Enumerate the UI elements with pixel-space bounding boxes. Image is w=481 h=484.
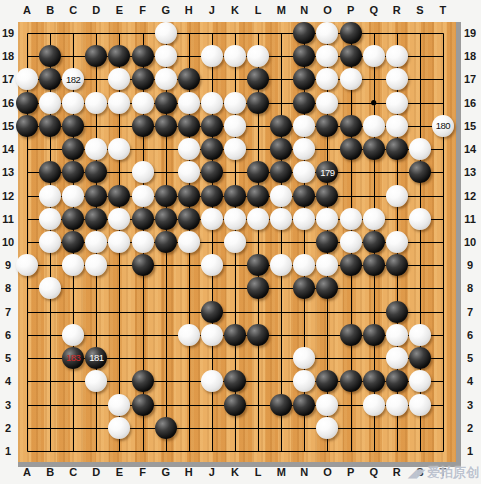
coord-top-J: J bbox=[209, 4, 215, 16]
stone-white-J11 bbox=[201, 208, 223, 230]
coord-right-16: 16 bbox=[464, 97, 476, 109]
stone-white-P17 bbox=[340, 68, 362, 90]
stone-black-G16 bbox=[155, 92, 177, 114]
stone-black-F3 bbox=[132, 394, 154, 416]
stone-white-J6 bbox=[201, 324, 223, 346]
move-number-182: 182 bbox=[66, 75, 80, 85]
coord-top-A: A bbox=[23, 4, 31, 16]
stone-white-C12 bbox=[62, 185, 84, 207]
stone-black-Q6 bbox=[363, 324, 385, 346]
stone-white-E16 bbox=[108, 92, 130, 114]
stone-black-P9 bbox=[340, 254, 362, 276]
stone-black-F4 bbox=[132, 370, 154, 392]
stone-white-H13 bbox=[178, 161, 200, 183]
stone-white-J9 bbox=[201, 254, 223, 276]
coord-top-P: P bbox=[347, 4, 354, 16]
coord-left-17: 17 bbox=[2, 73, 14, 85]
stone-black-Q9 bbox=[363, 254, 385, 276]
coord-left-2: 2 bbox=[5, 422, 11, 434]
coord-top-D: D bbox=[92, 4, 100, 16]
coord-right-19: 19 bbox=[464, 27, 476, 39]
go-game-screenshot: ABCDEFGHJKLMNOPQRST ABCDEFGHJKLMNOPQRST … bbox=[0, 0, 481, 484]
coord-bottom-C: C bbox=[69, 466, 77, 478]
stone-black-J7 bbox=[201, 301, 223, 323]
stone-white-K15 bbox=[224, 115, 246, 137]
stone-white-J16 bbox=[201, 92, 223, 114]
stone-black-G12 bbox=[155, 185, 177, 207]
stone-black-N12 bbox=[293, 185, 315, 207]
stone-white-K10 bbox=[224, 231, 246, 253]
coord-right-4: 4 bbox=[467, 375, 473, 387]
stone-white-M12 bbox=[270, 185, 292, 207]
stone-white-K11 bbox=[224, 208, 246, 230]
coord-right-14: 14 bbox=[464, 143, 476, 155]
coord-left-16: 16 bbox=[2, 97, 14, 109]
stone-white-E3 bbox=[108, 394, 130, 416]
stone-black-J14 bbox=[201, 138, 223, 160]
stone-black-D11 bbox=[85, 208, 107, 230]
coord-right-6: 6 bbox=[467, 329, 473, 341]
coord-left-13: 13 bbox=[2, 166, 14, 178]
coord-top-L: L bbox=[255, 4, 262, 16]
coord-bottom-A: A bbox=[23, 466, 31, 478]
stone-black-D12 bbox=[85, 185, 107, 207]
coord-top-E: E bbox=[116, 4, 123, 16]
coord-right-10: 10 bbox=[464, 236, 476, 248]
stone-black-Q10 bbox=[363, 231, 385, 253]
stone-white-R6 bbox=[386, 324, 408, 346]
move-number-180: 180 bbox=[436, 121, 450, 131]
coord-right-5: 5 bbox=[467, 352, 473, 364]
stone-white-C6 bbox=[62, 324, 84, 346]
coord-left-18: 18 bbox=[2, 50, 14, 62]
stone-white-M11 bbox=[270, 208, 292, 230]
stone-white-Q15 bbox=[363, 115, 385, 137]
stone-white-R10 bbox=[386, 231, 408, 253]
stone-white-B16 bbox=[39, 92, 61, 114]
stone-black-F9 bbox=[132, 254, 154, 276]
coord-left-9: 9 bbox=[5, 259, 11, 271]
stone-black-K6 bbox=[224, 324, 246, 346]
stone-black-S5 bbox=[409, 347, 431, 369]
stone-black-F18 bbox=[132, 45, 154, 67]
coord-bottom-O: O bbox=[323, 466, 332, 478]
stone-black-A15 bbox=[16, 115, 38, 137]
coord-bottom-D: D bbox=[92, 466, 100, 478]
stone-white-R16 bbox=[386, 92, 408, 114]
coord-top-B: B bbox=[46, 4, 54, 16]
coord-bottom-K: K bbox=[231, 466, 239, 478]
coord-right-12: 12 bbox=[464, 190, 476, 202]
coord-top-H: H bbox=[185, 4, 193, 16]
coord-top-O: O bbox=[323, 4, 332, 16]
stone-black-A16 bbox=[16, 92, 38, 114]
stone-black-R4 bbox=[386, 370, 408, 392]
stone-white-R5 bbox=[386, 347, 408, 369]
coord-bottom-H: H bbox=[185, 466, 193, 478]
stone-black-C15 bbox=[62, 115, 84, 137]
coord-right-1: 1 bbox=[467, 445, 473, 457]
stone-white-F16 bbox=[132, 92, 154, 114]
stone-white-O3 bbox=[316, 394, 338, 416]
coord-left-10: 10 bbox=[2, 236, 14, 248]
stone-black-L12 bbox=[247, 185, 269, 207]
stone-black-E12 bbox=[108, 185, 130, 207]
move-number-181: 181 bbox=[89, 353, 103, 363]
stone-white-B12 bbox=[39, 185, 61, 207]
stone-black-H12 bbox=[178, 185, 200, 207]
stone-black-Q14 bbox=[363, 138, 385, 160]
stone-white-H16 bbox=[178, 92, 200, 114]
coord-left-7: 7 bbox=[5, 306, 11, 318]
stone-white-L11 bbox=[247, 208, 269, 230]
stone-white-J18 bbox=[201, 45, 223, 67]
stone-white-B11 bbox=[39, 208, 61, 230]
stone-white-R12 bbox=[386, 185, 408, 207]
stone-white-Q3 bbox=[363, 394, 385, 416]
stone-black-N16 bbox=[293, 92, 315, 114]
stone-black-N3 bbox=[293, 394, 315, 416]
stone-black-R7 bbox=[386, 301, 408, 323]
stone-black-F17 bbox=[132, 68, 154, 90]
coord-top-Q: Q bbox=[369, 4, 378, 16]
stone-white-S6 bbox=[409, 324, 431, 346]
stone-black-L6 bbox=[247, 324, 269, 346]
stone-white-S11 bbox=[409, 208, 431, 230]
stone-white-K14 bbox=[224, 138, 246, 160]
stone-white-P10 bbox=[340, 231, 362, 253]
stone-white-N11 bbox=[293, 208, 315, 230]
stone-black-C11 bbox=[62, 208, 84, 230]
stone-black-G10 bbox=[155, 231, 177, 253]
coord-bottom-G: G bbox=[161, 466, 170, 478]
stone-white-S3 bbox=[409, 394, 431, 416]
stone-white-F12 bbox=[132, 185, 154, 207]
coord-right-11: 11 bbox=[464, 213, 476, 225]
stone-black-K3 bbox=[224, 394, 246, 416]
stone-white-H10 bbox=[178, 231, 200, 253]
stone-black-L16 bbox=[247, 92, 269, 114]
coord-right-13: 13 bbox=[464, 166, 476, 178]
coord-bottom-E: E bbox=[116, 466, 123, 478]
coord-right-9: 9 bbox=[467, 259, 473, 271]
stone-white-R3 bbox=[386, 394, 408, 416]
stone-white-K16 bbox=[224, 92, 246, 114]
coord-left-15: 15 bbox=[2, 120, 14, 132]
coord-bottom-M: M bbox=[277, 466, 286, 478]
coord-left-5: 5 bbox=[5, 352, 11, 364]
coord-bottom-J: J bbox=[209, 466, 215, 478]
stone-black-P14 bbox=[340, 138, 362, 160]
move-number-183: 183 bbox=[66, 353, 80, 363]
coord-bottom-P: P bbox=[347, 466, 354, 478]
stone-white-G18 bbox=[155, 45, 177, 67]
move-number-179: 179 bbox=[320, 168, 334, 178]
coord-bottom-R: R bbox=[393, 466, 401, 478]
coord-top-C: C bbox=[69, 4, 77, 16]
coord-right-7: 7 bbox=[467, 306, 473, 318]
coord-left-8: 8 bbox=[5, 282, 11, 294]
stone-black-P4 bbox=[340, 370, 362, 392]
stone-black-G2 bbox=[155, 417, 177, 439]
coord-top-N: N bbox=[300, 4, 308, 16]
stone-white-R18 bbox=[386, 45, 408, 67]
coord-left-19: 19 bbox=[2, 27, 14, 39]
stone-black-P19 bbox=[340, 22, 362, 44]
watermark-play-logo-icon: ◢◤ bbox=[408, 467, 425, 480]
stone-white-Q11 bbox=[363, 208, 385, 230]
stone-white-D16 bbox=[85, 92, 107, 114]
stone-black-F15 bbox=[132, 115, 154, 137]
go-board[interactable]: 182180179183181 bbox=[18, 22, 461, 467]
watermark-text: 爱拍原创 bbox=[427, 464, 479, 482]
stone-white-S14 bbox=[409, 138, 431, 160]
stone-black-H11 bbox=[178, 208, 200, 230]
stone-black-P18 bbox=[340, 45, 362, 67]
stone-white-T15: 180 bbox=[432, 115, 454, 137]
stone-black-G11 bbox=[155, 208, 177, 230]
stone-white-B10 bbox=[39, 231, 61, 253]
coord-right-3: 3 bbox=[467, 399, 473, 411]
stone-black-P15 bbox=[340, 115, 362, 137]
coord-bottom-F: F bbox=[139, 466, 146, 478]
stone-black-R14 bbox=[386, 138, 408, 160]
stone-black-K12 bbox=[224, 185, 246, 207]
star-point bbox=[371, 100, 376, 105]
stone-black-O12 bbox=[316, 185, 338, 207]
coord-left-3: 3 bbox=[5, 399, 11, 411]
stone-white-G19 bbox=[155, 22, 177, 44]
stone-white-O16 bbox=[316, 92, 338, 114]
stone-black-F11 bbox=[132, 208, 154, 230]
coord-top-F: F bbox=[139, 4, 146, 16]
coord-top-G: G bbox=[161, 4, 170, 16]
stone-white-G17 bbox=[155, 68, 177, 90]
coord-right-17: 17 bbox=[464, 73, 476, 85]
stone-black-G15 bbox=[155, 115, 177, 137]
coord-top-S: S bbox=[416, 4, 423, 16]
stone-black-B15 bbox=[39, 115, 61, 137]
coord-bottom-N: N bbox=[300, 466, 308, 478]
stone-black-P6 bbox=[340, 324, 362, 346]
coord-left-4: 4 bbox=[5, 375, 11, 387]
stone-white-Q18 bbox=[363, 45, 385, 67]
watermark: ◢◤ 爱拍原创 bbox=[408, 464, 479, 482]
stone-black-M3 bbox=[270, 394, 292, 416]
coord-bottom-L: L bbox=[255, 466, 262, 478]
coord-bottom-B: B bbox=[46, 466, 54, 478]
stone-white-H14 bbox=[178, 138, 200, 160]
coord-left-6: 6 bbox=[5, 329, 11, 341]
stone-black-R9 bbox=[386, 254, 408, 276]
coord-top-T: T bbox=[440, 4, 447, 16]
coord-bottom-Q: Q bbox=[369, 466, 378, 478]
coord-right-2: 2 bbox=[467, 422, 473, 434]
stone-black-H15 bbox=[178, 115, 200, 137]
stone-white-F10 bbox=[132, 231, 154, 253]
stone-black-J15 bbox=[201, 115, 223, 137]
coord-top-R: R bbox=[393, 4, 401, 16]
coord-left-14: 14 bbox=[2, 143, 14, 155]
stone-white-F13 bbox=[132, 161, 154, 183]
coord-right-8: 8 bbox=[467, 282, 473, 294]
coord-left-1: 1 bbox=[5, 445, 11, 457]
coord-left-11: 11 bbox=[2, 213, 14, 225]
stone-white-R15 bbox=[386, 115, 408, 137]
stone-white-H6 bbox=[178, 324, 200, 346]
coord-right-18: 18 bbox=[464, 50, 476, 62]
stone-black-J12 bbox=[201, 185, 223, 207]
coord-top-K: K bbox=[231, 4, 239, 16]
stone-black-Q4 bbox=[363, 370, 385, 392]
coord-top-M: M bbox=[277, 4, 286, 16]
stone-black-M15 bbox=[270, 115, 292, 137]
coord-left-12: 12 bbox=[2, 190, 14, 202]
coord-right-15: 15 bbox=[464, 120, 476, 132]
stone-white-C16 bbox=[62, 92, 84, 114]
stone-white-P11 bbox=[340, 208, 362, 230]
